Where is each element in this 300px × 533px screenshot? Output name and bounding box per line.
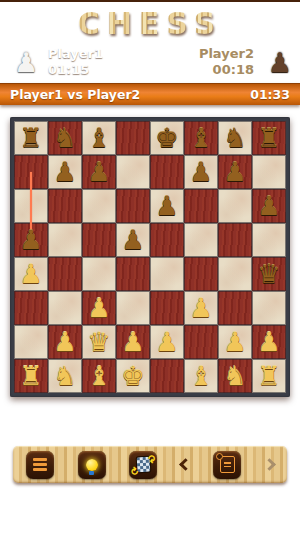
player2-name: Player2 [199, 46, 254, 61]
square-h4[interactable]: ♛ [252, 257, 286, 291]
square-a5[interactable]: ♟ [14, 223, 48, 257]
square-e8[interactable]: ♚ [150, 121, 184, 155]
square-f8[interactable]: ♝ [184, 121, 218, 155]
square-c6[interactable] [82, 189, 116, 223]
previous-move-button[interactable] [179, 458, 192, 471]
square-c3[interactable]: ♟ [82, 291, 116, 325]
square-a1[interactable]: ♜ [14, 359, 48, 393]
square-f7[interactable]: ♟ [184, 155, 218, 189]
black-pawn[interactable]: ♟ [121, 223, 144, 257]
white-pawn[interactable]: ♟ [257, 325, 280, 359]
black-queen[interactable]: ♛ [257, 257, 280, 291]
square-g5[interactable] [218, 223, 252, 257]
square-g6[interactable] [218, 189, 252, 223]
square-h1[interactable]: ♜ [252, 359, 286, 393]
square-g2[interactable]: ♟ [218, 325, 252, 359]
square-f2[interactable] [184, 325, 218, 359]
white-pawn[interactable]: ♟ [189, 291, 212, 325]
square-d6[interactable] [116, 189, 150, 223]
square-e2[interactable]: ♟ [150, 325, 184, 359]
black-pawn[interactable]: ♟ [223, 155, 246, 189]
players-header: ♟ Player1 01:15 Player2 00:18 ♟ [0, 44, 300, 82]
square-g7[interactable]: ♟ [218, 155, 252, 189]
black-bishop[interactable]: ♝ [189, 121, 212, 155]
square-g8[interactable]: ♞ [218, 121, 252, 155]
square-a8[interactable]: ♜ [14, 121, 48, 155]
square-e5[interactable] [150, 223, 184, 257]
square-b2[interactable]: ♟ [48, 325, 82, 359]
white-pawn[interactable]: ♟ [87, 291, 110, 325]
black-bishop[interactable]: ♝ [87, 121, 110, 155]
square-c8[interactable]: ♝ [82, 121, 116, 155]
matchup-label: Player1 vs Player2 [10, 87, 140, 102]
app-title: CHESS [0, 6, 300, 41]
square-e6[interactable]: ♟ [150, 189, 184, 223]
rotate-board-button[interactable]: ↻ ↻ [129, 451, 157, 479]
square-c7[interactable]: ♟ [82, 155, 116, 189]
white-pawn[interactable]: ♟ [155, 325, 178, 359]
square-g1[interactable]: ♞ [218, 359, 252, 393]
square-h7[interactable] [252, 155, 286, 189]
square-e1[interactable] [150, 359, 184, 393]
square-d2[interactable]: ♟ [116, 325, 150, 359]
next-move-button[interactable] [263, 458, 276, 471]
match-status-bar: Player1 vs Player2 01:33 [0, 83, 300, 105]
square-f5[interactable] [184, 223, 218, 257]
square-f1[interactable]: ♝ [184, 359, 218, 393]
square-b8[interactable]: ♞ [48, 121, 82, 155]
square-c4[interactable] [82, 257, 116, 291]
bottom-toolbar: ↻ ↻ [13, 446, 287, 483]
square-d5[interactable]: ♟ [116, 223, 150, 257]
square-f4[interactable] [184, 257, 218, 291]
white-knight[interactable]: ♞ [223, 359, 246, 393]
square-b7[interactable]: ♟ [48, 155, 82, 189]
black-pawn[interactable]: ♟ [189, 155, 212, 189]
square-c2[interactable]: ♛ [82, 325, 116, 359]
white-rook[interactable]: ♜ [257, 359, 280, 393]
square-c5[interactable] [82, 223, 116, 257]
black-pawn[interactable]: ♟ [87, 155, 110, 189]
square-h8[interactable]: ♜ [252, 121, 286, 155]
move-list-button[interactable] [213, 451, 241, 479]
white-pawn-icon: ♟ [14, 46, 38, 80]
square-h3[interactable] [252, 291, 286, 325]
black-rook[interactable]: ♜ [19, 121, 42, 155]
square-b4[interactable] [48, 257, 82, 291]
square-d4[interactable] [116, 257, 150, 291]
square-g3[interactable] [218, 291, 252, 325]
square-b6[interactable] [48, 189, 82, 223]
chess-board: ♜♞♝♚♝♞♜♟♟♟♟♟♟♟♟♟♛♟♟♟♛♟♟♟♟♜♞♝♚♝♞♜ [10, 117, 290, 397]
black-pawn[interactable]: ♟ [53, 155, 76, 189]
square-e3[interactable] [150, 291, 184, 325]
black-pawn-icon: ♟ [268, 46, 292, 80]
square-a3[interactable] [14, 291, 48, 325]
square-d3[interactable] [116, 291, 150, 325]
menu-button[interactable] [26, 451, 54, 479]
square-e4[interactable] [150, 257, 184, 291]
square-f6[interactable] [184, 189, 218, 223]
black-rook[interactable]: ♜ [257, 121, 280, 155]
black-pawn[interactable]: ♟ [19, 223, 42, 257]
black-pawn[interactable]: ♟ [155, 189, 178, 223]
square-g4[interactable] [218, 257, 252, 291]
hint-button[interactable] [78, 451, 106, 479]
white-pawn[interactable]: ♟ [223, 325, 246, 359]
square-c1[interactable]: ♝ [82, 359, 116, 393]
black-king[interactable]: ♚ [155, 121, 178, 155]
player2-clock: 00:18 [213, 62, 254, 77]
square-b5[interactable] [48, 223, 82, 257]
board-grid: ♜♞♝♚♝♞♜♟♟♟♟♟♟♟♟♟♛♟♟♟♛♟♟♟♟♜♞♝♚♝♞♜ [14, 121, 286, 393]
black-pawn[interactable]: ♟ [257, 189, 280, 223]
white-bishop[interactable]: ♝ [189, 359, 212, 393]
square-f3[interactable]: ♟ [184, 291, 218, 325]
square-b3[interactable] [48, 291, 82, 325]
black-knight[interactable]: ♞ [223, 121, 246, 155]
white-rook[interactable]: ♜ [19, 359, 42, 393]
white-knight[interactable]: ♞ [53, 359, 76, 393]
square-a2[interactable] [14, 325, 48, 359]
square-b1[interactable]: ♞ [48, 359, 82, 393]
player1-name: Player1 [48, 46, 103, 61]
square-d8[interactable] [116, 121, 150, 155]
square-e7[interactable] [150, 155, 184, 189]
white-pawn[interactable]: ♟ [121, 325, 144, 359]
elapsed-time: 01:33 [250, 87, 290, 102]
player1-clock: 01:15 [48, 62, 89, 77]
white-pawn[interactable]: ♟ [53, 325, 76, 359]
white-pawn[interactable]: ♟ [19, 257, 42, 291]
square-h6[interactable]: ♟ [252, 189, 286, 223]
lightbulb-icon [86, 459, 98, 471]
notepad-icon [220, 456, 235, 473]
white-queen[interactable]: ♛ [87, 325, 110, 359]
hamburger-icon [33, 458, 47, 471]
white-king[interactable]: ♚ [121, 359, 144, 393]
square-h2[interactable]: ♟ [252, 325, 286, 359]
black-knight[interactable]: ♞ [53, 121, 76, 155]
square-a4[interactable]: ♟ [14, 257, 48, 291]
square-d1[interactable]: ♚ [116, 359, 150, 393]
square-d7[interactable] [116, 155, 150, 189]
white-bishop[interactable]: ♝ [87, 359, 110, 393]
square-h5[interactable] [252, 223, 286, 257]
